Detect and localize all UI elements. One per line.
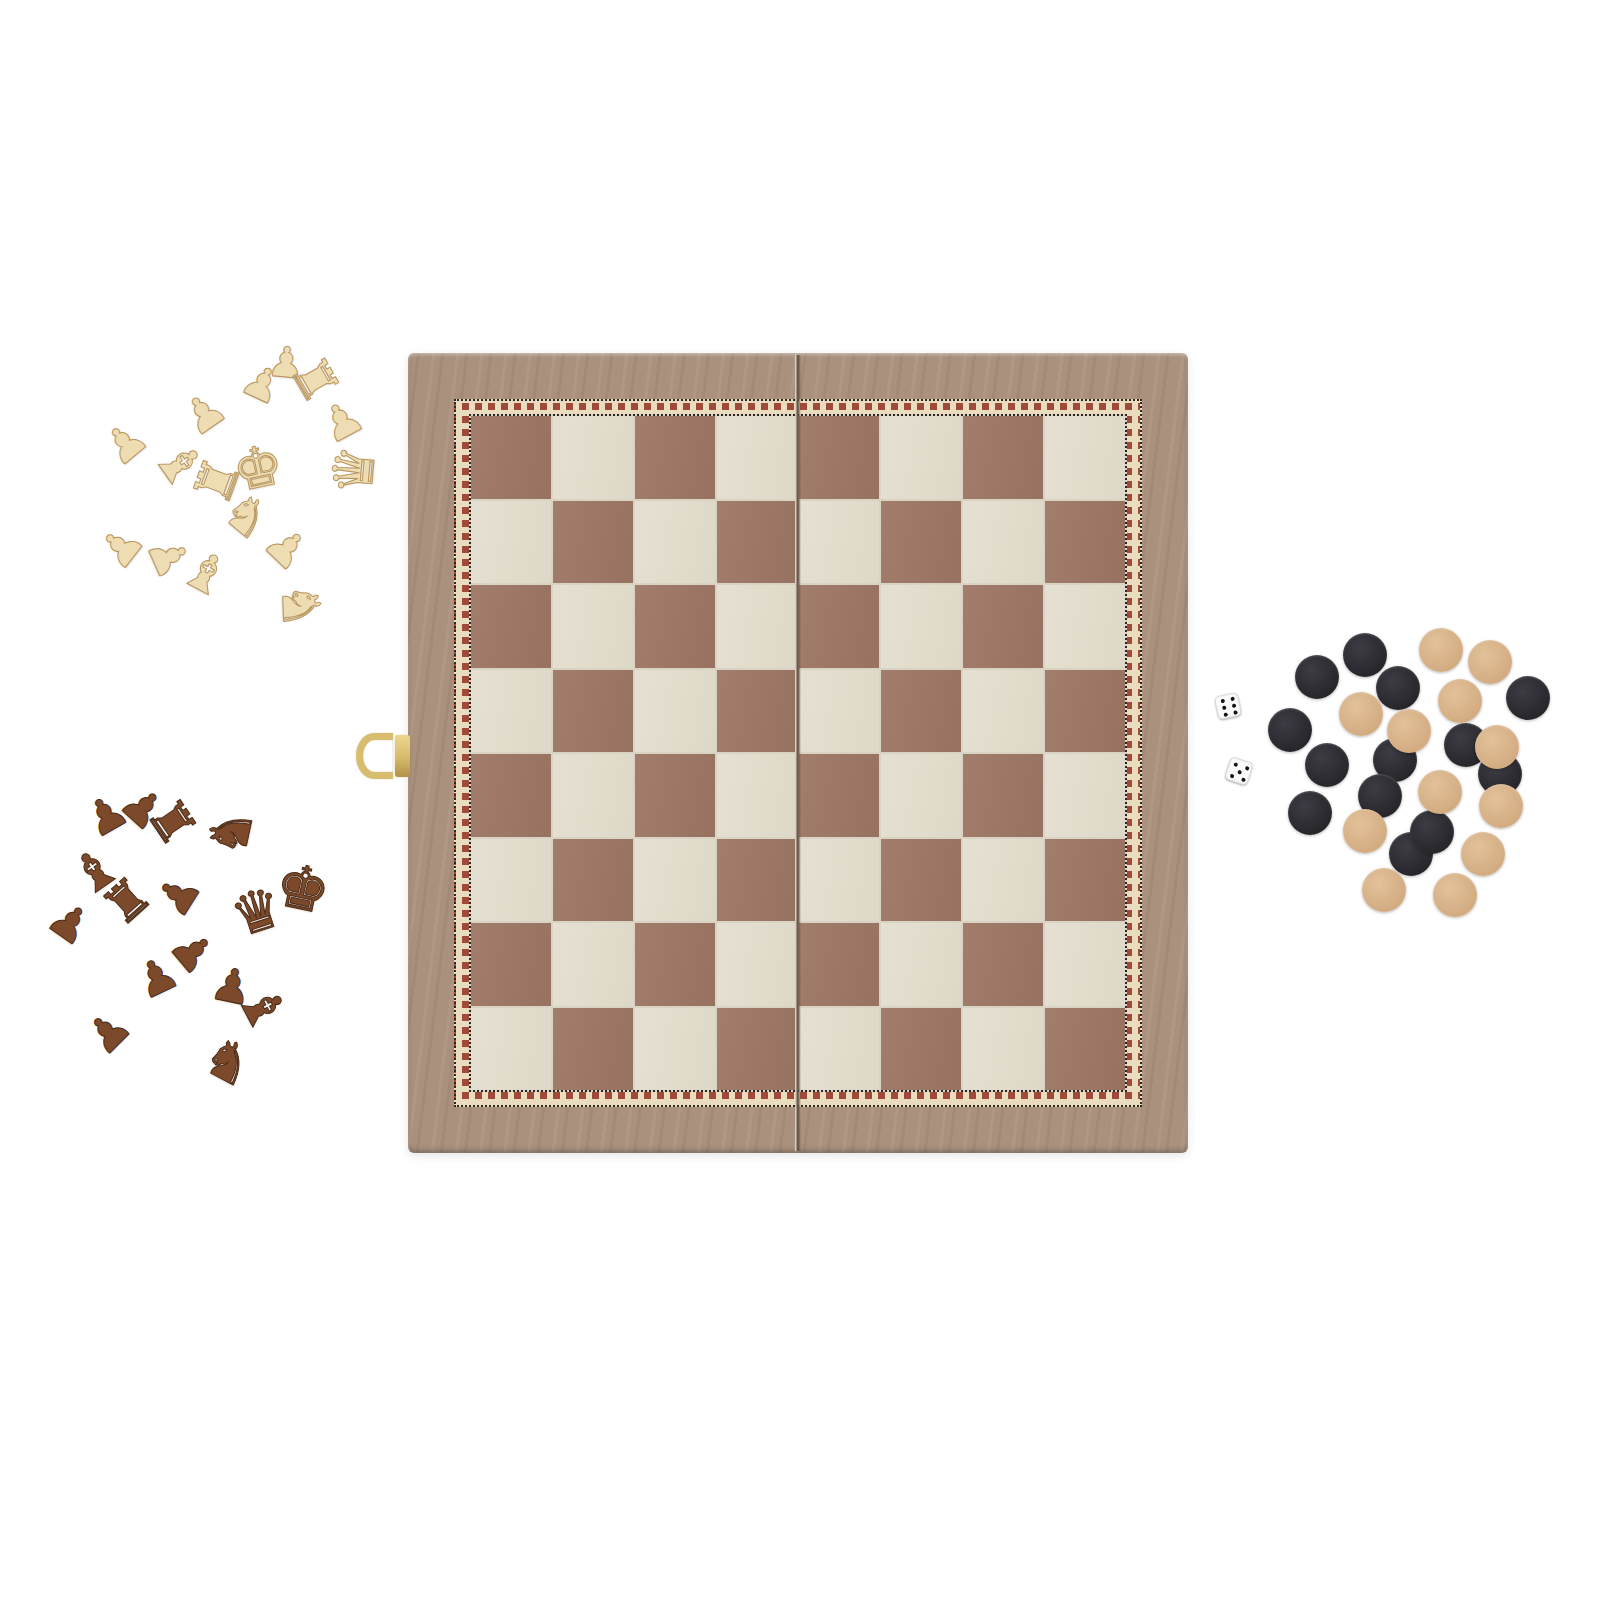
square-f3[interactable]	[881, 839, 961, 922]
square-e4[interactable]	[799, 754, 879, 837]
square-h4[interactable]	[1045, 754, 1125, 837]
die-pip	[1229, 773, 1234, 778]
die-pip	[1223, 712, 1228, 717]
square-c2[interactable]	[635, 923, 715, 1006]
die-pip	[1233, 710, 1238, 715]
square-d4[interactable]	[717, 754, 797, 837]
square-g2[interactable]	[963, 923, 1043, 1006]
die-pip	[1221, 699, 1226, 704]
checker-tan[interactable]	[1468, 640, 1512, 684]
square-d1[interactable]	[717, 1008, 797, 1091]
square-f7[interactable]	[881, 501, 961, 584]
checker-tan[interactable]	[1343, 809, 1387, 853]
square-b8[interactable]	[553, 416, 633, 499]
square-d5[interactable]	[717, 670, 797, 753]
square-c4[interactable]	[635, 754, 715, 837]
square-a4[interactable]	[471, 754, 551, 837]
square-a3[interactable]	[471, 839, 551, 922]
square-e1[interactable]	[799, 1008, 879, 1091]
square-d7[interactable]	[717, 501, 797, 584]
dark-king-piece[interactable]: ♚	[270, 853, 335, 923]
square-g4[interactable]	[963, 754, 1043, 837]
checker-black[interactable]	[1410, 810, 1454, 854]
die-pip	[1230, 697, 1235, 702]
checker-tan[interactable]	[1433, 873, 1477, 917]
square-f4[interactable]	[881, 754, 961, 837]
checker-tan[interactable]	[1362, 868, 1406, 912]
checker-tan[interactable]	[1339, 692, 1383, 736]
square-h7[interactable]	[1045, 501, 1125, 584]
checker-black[interactable]	[1305, 743, 1349, 787]
checker-tan[interactable]	[1461, 832, 1505, 876]
square-b1[interactable]	[553, 1008, 633, 1091]
square-b5[interactable]	[553, 670, 633, 753]
square-a5[interactable]	[471, 670, 551, 753]
square-c1[interactable]	[635, 1008, 715, 1091]
square-a6[interactable]	[471, 585, 551, 668]
die-showing-6[interactable]	[1214, 692, 1242, 720]
square-a1[interactable]	[471, 1008, 551, 1091]
square-f8[interactable]	[881, 416, 961, 499]
square-h6[interactable]	[1045, 585, 1125, 668]
checker-tan[interactable]	[1438, 679, 1482, 723]
square-a7[interactable]	[471, 501, 551, 584]
die-pip	[1233, 762, 1238, 767]
checker-tan[interactable]	[1387, 709, 1431, 753]
checker-black[interactable]	[1288, 791, 1332, 835]
die-showing-5[interactable]	[1224, 756, 1254, 786]
product-photo-scene: ♟♟♟♟♜♟♝♜♚♛♟♟♝♞♟♞ ♟♟♜♞♝♜♟♟♛♚♟♟♟♝♟♞	[0, 0, 1600, 1600]
dark-pawn-piece[interactable]: ♟	[77, 1001, 139, 1063]
clasp-bar-icon	[395, 735, 410, 777]
square-e2[interactable]	[799, 923, 879, 1006]
square-e8[interactable]	[799, 416, 879, 499]
clasp-loop-icon	[356, 733, 393, 779]
square-h2[interactable]	[1045, 923, 1125, 1006]
checker-tan[interactable]	[1475, 725, 1519, 769]
square-c5[interactable]	[635, 670, 715, 753]
square-e5[interactable]	[799, 670, 879, 753]
square-g6[interactable]	[963, 585, 1043, 668]
square-c8[interactable]	[635, 416, 715, 499]
square-h5[interactable]	[1045, 670, 1125, 753]
checker-tan[interactable]	[1419, 628, 1463, 672]
square-c6[interactable]	[635, 585, 715, 668]
white-knight-piece[interactable]: ♞	[274, 582, 328, 630]
board-fold-seam	[795, 355, 801, 1151]
square-e6[interactable]	[799, 585, 879, 668]
board-clasp[interactable]	[356, 733, 410, 779]
square-f5[interactable]	[881, 670, 961, 753]
square-f2[interactable]	[881, 923, 961, 1006]
square-e3[interactable]	[799, 839, 879, 922]
square-d3[interactable]	[717, 839, 797, 922]
die-pip	[1222, 705, 1227, 710]
square-g3[interactable]	[963, 839, 1043, 922]
die-pip	[1241, 777, 1246, 782]
checker-black[interactable]	[1295, 655, 1339, 699]
square-b2[interactable]	[553, 923, 633, 1006]
square-h8[interactable]	[1045, 416, 1125, 499]
square-c7[interactable]	[635, 501, 715, 584]
square-h1[interactable]	[1045, 1008, 1125, 1091]
die-pip	[1244, 766, 1249, 771]
square-d6[interactable]	[717, 585, 797, 668]
die-pip	[1231, 703, 1236, 708]
checker-black[interactable]	[1376, 666, 1420, 710]
square-d8[interactable]	[717, 416, 797, 499]
checker-black[interactable]	[1268, 708, 1312, 752]
square-f6[interactable]	[881, 585, 961, 668]
checker-black[interactable]	[1506, 676, 1550, 720]
square-g1[interactable]	[963, 1008, 1043, 1091]
square-g5[interactable]	[963, 670, 1043, 753]
die-pip	[1237, 770, 1242, 775]
checker-tan[interactable]	[1418, 770, 1462, 814]
white-queen-piece[interactable]: ♛	[324, 443, 384, 498]
square-g7[interactable]	[963, 501, 1043, 584]
checker-tan[interactable]	[1479, 784, 1523, 828]
square-b7[interactable]	[553, 501, 633, 584]
square-h3[interactable]	[1045, 839, 1125, 922]
square-a2[interactable]	[471, 923, 551, 1006]
square-g8[interactable]	[963, 416, 1043, 499]
square-f1[interactable]	[881, 1008, 961, 1091]
square-b6[interactable]	[553, 585, 633, 668]
square-e7[interactable]	[799, 501, 879, 584]
square-c3[interactable]	[635, 839, 715, 922]
dark-pawn-piece[interactable]: ♟	[148, 865, 209, 924]
square-a8[interactable]	[471, 416, 551, 499]
square-b4[interactable]	[553, 754, 633, 837]
white-pawn-piece[interactable]: ♟	[313, 391, 371, 451]
checker-black[interactable]	[1343, 633, 1387, 677]
square-b3[interactable]	[553, 839, 633, 922]
square-d2[interactable]	[717, 923, 797, 1006]
dark-knight-piece[interactable]: ♞	[200, 803, 263, 862]
